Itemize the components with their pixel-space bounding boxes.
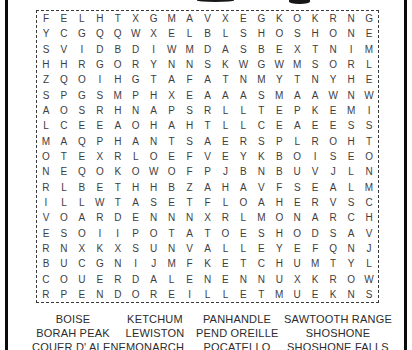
grid-cell: J — [216, 164, 234, 179]
grid-cell: E — [127, 210, 145, 225]
grid-cell: A — [216, 42, 234, 57]
grid-cell: M — [360, 179, 378, 194]
grid-cell: U — [73, 271, 91, 286]
grid-cell: S — [306, 57, 324, 72]
grid-cell: B — [252, 42, 270, 57]
grid-cell: E — [55, 164, 73, 179]
grid-cell: E — [55, 11, 73, 26]
grid-cell: E — [342, 149, 360, 164]
grid-cell: S — [324, 149, 342, 164]
page-border-right — [404, 0, 407, 350]
word-list: BOISEBORAH PEAKCOUER D' ALENEKETCHUMLEWI… — [32, 313, 398, 350]
grid-cell: S — [288, 26, 306, 41]
grid-cell: M — [306, 256, 324, 271]
grid-cell: D — [127, 42, 145, 57]
grid-cell: R — [216, 210, 234, 225]
grid-cell: W — [145, 164, 163, 179]
grid-cell: W — [360, 271, 378, 286]
word-list-item: POCATELLO — [196, 341, 278, 350]
grid-cell: W — [163, 42, 181, 57]
grid-cell: H — [306, 26, 324, 41]
grid-cell: R — [127, 57, 145, 72]
grid-cell: L — [234, 210, 252, 225]
grid-cell: M — [360, 42, 378, 57]
grid-cell: X — [199, 210, 217, 225]
grid-cell: H — [145, 118, 163, 133]
grid-cell: S — [288, 179, 306, 194]
grid-cell: M — [252, 210, 270, 225]
grid-cell: O — [216, 225, 234, 240]
grid-cell: H — [252, 26, 270, 41]
grid-cell: N — [234, 271, 252, 286]
grid-cell: B — [73, 179, 91, 194]
grid-cell: H — [37, 57, 55, 72]
grid-cell: N — [181, 57, 199, 72]
grid-cell: A — [37, 103, 55, 118]
grid-cell: B — [37, 256, 55, 271]
grid-cell: L — [37, 118, 55, 133]
grid-cell: A — [163, 72, 181, 87]
grid-cell: D — [199, 42, 217, 57]
grid-cell: N — [163, 210, 181, 225]
grid-cell: O — [73, 72, 91, 87]
grid-cell: X — [73, 241, 91, 256]
grid-cell: H — [145, 88, 163, 103]
grid-cell: Q — [73, 164, 91, 179]
grid-cell: E — [73, 149, 91, 164]
grid-cell: N — [342, 26, 360, 41]
grid-cell: F — [181, 256, 199, 271]
word-list-item: LEWISTON — [114, 327, 196, 341]
grid-cell: I — [37, 195, 55, 210]
grid-cell: A — [199, 72, 217, 87]
grid-cell: N — [252, 271, 270, 286]
grid-cell: N — [145, 210, 163, 225]
grid-cell: P — [91, 134, 109, 149]
grid-cell: V — [360, 225, 378, 240]
grid-cell: N — [37, 164, 55, 179]
grid-cell: O — [270, 26, 288, 41]
grid-cell: I — [109, 225, 127, 240]
grid-cell: S — [324, 225, 342, 240]
grid-cell: K — [199, 256, 217, 271]
grid-cell: N — [181, 210, 199, 225]
grid-cell: G — [252, 11, 270, 26]
grid-cell: X — [288, 271, 306, 286]
grid-cell: R — [109, 149, 127, 164]
grid-cell: E — [37, 225, 55, 240]
grid-cell: H — [270, 195, 288, 210]
grid-cell: F — [199, 195, 217, 210]
grid-cell: S — [234, 26, 252, 41]
grid-cell: N — [163, 241, 181, 256]
grid-cell: Y — [270, 241, 288, 256]
grid-cell: H — [270, 225, 288, 240]
word-list-item: KETCHUM — [114, 313, 196, 327]
grid-cell: E — [288, 241, 306, 256]
grid-cell: C — [360, 195, 378, 210]
grid-cell: S — [91, 88, 109, 103]
grid-cell: M — [37, 134, 55, 149]
grid-cell: O — [234, 195, 252, 210]
grid-cell: T — [163, 134, 181, 149]
grid-cell: N — [199, 271, 217, 286]
grid-cell: L — [360, 256, 378, 271]
grid-cell: R — [324, 11, 342, 26]
grid-cell: K — [252, 149, 270, 164]
grid-cell: L — [73, 195, 91, 210]
word-list-item: COUER D' ALENE — [32, 341, 114, 350]
grid-cell: T — [234, 256, 252, 271]
grid-cell: R — [37, 241, 55, 256]
grid-cell: N — [342, 287, 360, 302]
grid-cell: C — [55, 118, 73, 133]
grid-cell: H — [342, 134, 360, 149]
grid-cell: K — [91, 241, 109, 256]
grid-cell: F — [306, 241, 324, 256]
grid-cell: M — [342, 103, 360, 118]
grid-cell: E — [306, 287, 324, 302]
grid-cell: A — [145, 103, 163, 118]
grid-cell: S — [360, 118, 378, 133]
grid-cell: A — [306, 210, 324, 225]
grid-cell: A — [216, 88, 234, 103]
word-list-item: BOISE — [32, 313, 114, 327]
grid-cell: F — [181, 72, 199, 87]
grid-cell: U — [288, 256, 306, 271]
grid-cell: P — [199, 164, 217, 179]
grid-cell: T — [145, 72, 163, 87]
grid-cell: S — [73, 103, 91, 118]
grid-cell: G — [360, 11, 378, 26]
grid-cell: K — [306, 11, 324, 26]
grid-cell: A — [234, 88, 252, 103]
grid-cell: O — [55, 271, 73, 286]
grid-cell: T — [360, 134, 378, 149]
grid-cell: M — [270, 287, 288, 302]
grid-cell: E — [163, 149, 181, 164]
grid-cell: S — [360, 287, 378, 302]
grid-cell: X — [109, 241, 127, 256]
grid-cell: S — [37, 42, 55, 57]
grid-cell: M — [109, 88, 127, 103]
grid-cell: E — [216, 149, 234, 164]
grid-cell: U — [270, 271, 288, 286]
grid-cell: Q — [73, 134, 91, 149]
grid-cell: G — [127, 72, 145, 87]
grid-cell: Q — [91, 26, 109, 41]
grid-cell: E — [270, 103, 288, 118]
grid-cell: M — [163, 11, 181, 26]
page-border-left — [5, 0, 8, 350]
grid-cell: C — [252, 118, 270, 133]
grid-cell: L — [216, 287, 234, 302]
grid-cell: L — [216, 26, 234, 41]
grid-cell: R — [306, 195, 324, 210]
grid-cell: E — [360, 72, 378, 87]
grid-cell: W — [324, 88, 342, 103]
grid-cell: G — [145, 11, 163, 26]
grid-cell: N — [342, 88, 360, 103]
grid-cell: Z — [37, 72, 55, 87]
grid-cell: T — [109, 179, 127, 194]
grid-cell: S — [181, 103, 199, 118]
grid-cell: T — [109, 195, 127, 210]
grid-cell: R — [306, 134, 324, 149]
grid-cell: L — [216, 195, 234, 210]
grid-cell: O — [360, 149, 378, 164]
grid-cell: G — [91, 256, 109, 271]
grid-cell: T — [252, 287, 270, 302]
grid-cell: Q — [55, 72, 73, 87]
grid-cell: O — [55, 103, 73, 118]
grid-cell: M — [270, 88, 288, 103]
grid-cell: R — [199, 103, 217, 118]
grid-cell: P — [55, 287, 73, 302]
grid-cell: S — [342, 195, 360, 210]
grid-cell: K — [324, 287, 342, 302]
grid-cell: F — [270, 179, 288, 194]
word-list-item: BORAH PEAK — [32, 327, 114, 341]
grid-cell: I — [91, 225, 109, 240]
grid-cell: R — [91, 210, 109, 225]
grid-cell: I — [73, 42, 91, 57]
grid-cell: A — [127, 134, 145, 149]
grid-cell: C — [37, 271, 55, 286]
grid-cell: X — [145, 26, 163, 41]
grid-cell: G — [91, 57, 109, 72]
grid-cell: V — [55, 42, 73, 57]
cropped-title-fragment — [197, 0, 234, 2]
grid-cell: N — [324, 42, 342, 57]
grid-cell: L — [199, 287, 217, 302]
grid-cell: Y — [270, 72, 288, 87]
grid-cell: J — [145, 256, 163, 271]
grid-cell: S — [252, 225, 270, 240]
grid-cell: R — [37, 287, 55, 302]
grid-cell: E — [216, 271, 234, 286]
grid-cell: A — [324, 179, 342, 194]
grid-cell: N — [342, 241, 360, 256]
grid-cell: T — [216, 72, 234, 87]
grid-cell: E — [163, 195, 181, 210]
grid-cell: M — [163, 256, 181, 271]
grid-cell: P — [288, 103, 306, 118]
grid-cell: K — [306, 103, 324, 118]
grid-cell: A — [73, 210, 91, 225]
grid-cell: R — [109, 271, 127, 286]
grid-cell: H — [127, 179, 145, 194]
grid-cell: R — [342, 57, 360, 72]
grid-cell: B — [199, 26, 217, 41]
grid-cell: E — [91, 271, 109, 286]
grid-cell: H — [181, 118, 199, 133]
grid-cell: O — [55, 210, 73, 225]
cropped-title-fragment — [289, 0, 310, 4]
grid-cell: T — [324, 256, 342, 271]
grid-cell: I — [127, 256, 145, 271]
grid-cell: S — [55, 225, 73, 240]
grid-cell: A — [306, 88, 324, 103]
grid-cell: V — [324, 195, 342, 210]
grid-cell: N — [288, 210, 306, 225]
grid-cell: E — [324, 118, 342, 133]
grid-cell: N — [55, 241, 73, 256]
grid-cell: N — [145, 134, 163, 149]
grid-cell: E — [163, 26, 181, 41]
grid-cell: E — [306, 179, 324, 194]
grid-cell: I — [306, 149, 324, 164]
grid-cell: W — [360, 88, 378, 103]
grid-cell: I — [360, 103, 378, 118]
grid-cell: A — [55, 134, 73, 149]
grid-cell: E — [234, 287, 252, 302]
grid-cell: A — [234, 179, 252, 194]
grid-cell: E — [234, 11, 252, 26]
grid-cell: D — [109, 210, 127, 225]
grid-cell: H — [270, 256, 288, 271]
grid-cell: H — [109, 134, 127, 149]
grid-cell: F — [181, 149, 199, 164]
grid-cell: E — [216, 134, 234, 149]
grid-cell: U — [55, 256, 73, 271]
grid-cell: H — [109, 72, 127, 87]
grid-cell: U — [288, 287, 306, 302]
grid-cell: A — [199, 179, 217, 194]
grid-cell: G — [73, 88, 91, 103]
grid-cell: W — [270, 57, 288, 72]
grid-cell: Q — [324, 241, 342, 256]
grid-cell: O — [73, 225, 91, 240]
grid-cell: X — [288, 42, 306, 57]
grid-cell: N — [360, 164, 378, 179]
word-list-column: SAWTOOTH RANGESHOSHONESHOSHONE FALLS — [278, 313, 398, 350]
grid-cell: H — [91, 11, 109, 26]
grid-cell: O — [270, 210, 288, 225]
word-list-item: PANHANDLE — [196, 313, 278, 327]
grid-cell: H — [342, 72, 360, 87]
grid-cell: H — [216, 179, 234, 194]
grid-cell: S — [37, 88, 55, 103]
grid-cell: O — [91, 164, 109, 179]
grid-cell: N — [109, 256, 127, 271]
grid-cell: T — [55, 149, 73, 164]
grid-cell: T — [199, 118, 217, 133]
grid-cell: E — [360, 26, 378, 41]
grid-cell: A — [181, 11, 199, 26]
grid-cell: L — [234, 103, 252, 118]
grid-cell: W — [127, 26, 145, 41]
grid-cell: S — [234, 42, 252, 57]
grid-cell: S — [145, 195, 163, 210]
grid-cell: K — [270, 11, 288, 26]
grid-cell: N — [127, 103, 145, 118]
grid-cell: L — [216, 103, 234, 118]
grid-cell: O — [288, 225, 306, 240]
grid-cell: N — [234, 72, 252, 87]
grid-cell: O — [288, 149, 306, 164]
grid-cell: Q — [109, 26, 127, 41]
grid-cell: R — [145, 287, 163, 302]
grid-cell: L — [360, 57, 378, 72]
word-list-item: PEND OREILLE — [196, 327, 278, 341]
grid-cell: M — [288, 57, 306, 72]
grid-cell: T — [109, 11, 127, 26]
grid-cell: P — [163, 103, 181, 118]
grid-cell: R — [91, 103, 109, 118]
grid-cell: B — [270, 149, 288, 164]
grid-cell: O — [109, 57, 127, 72]
word-list-item: SAWTOOTH RANGE — [278, 313, 398, 327]
grid-cell: L — [288, 134, 306, 149]
grid-cell: S — [252, 88, 270, 103]
grid-cell: L — [181, 26, 199, 41]
word-list-column: KETCHUMLEWISTONMONARCH — [114, 313, 196, 350]
grid-cell: E — [73, 287, 91, 302]
grid-cell: V — [37, 210, 55, 225]
grid-cell: O — [127, 164, 145, 179]
grid-cell: S — [181, 134, 199, 149]
grid-cell: E — [91, 179, 109, 194]
grid-cell: A — [127, 195, 145, 210]
grid-cell: E — [234, 225, 252, 240]
grid-cell: V — [252, 179, 270, 194]
grid-cell: C — [342, 210, 360, 225]
grid-cell: A — [288, 118, 306, 133]
grid-cell: L — [73, 11, 91, 26]
grid-cell: E — [73, 118, 91, 133]
grid-cell: H — [360, 210, 378, 225]
grid-cell: Y — [37, 26, 55, 41]
grid-cell: L — [55, 179, 73, 194]
grid-cell: B — [234, 164, 252, 179]
grid-cell: H — [109, 103, 127, 118]
grid-cell: G — [252, 57, 270, 72]
grid-cell: A — [109, 118, 127, 133]
grid-cell: I — [342, 42, 360, 57]
grid-cell: A — [163, 118, 181, 133]
grid-cell: D — [109, 287, 127, 302]
grid-cell: T — [163, 225, 181, 240]
grid-cell: N — [252, 164, 270, 179]
grid-cell: L — [342, 164, 360, 179]
grid-cell: E — [270, 42, 288, 57]
grid-cell: L — [55, 195, 73, 210]
grid-cell: E — [270, 118, 288, 133]
grid-cell: P — [55, 88, 73, 103]
grid-cell: R — [73, 57, 91, 72]
grid-cell: E — [252, 241, 270, 256]
grid-cell: A — [342, 225, 360, 240]
grid-cell: O — [324, 26, 342, 41]
grid-cell: X — [216, 11, 234, 26]
grid-cell: V — [306, 164, 324, 179]
grid-cell: Z — [181, 179, 199, 194]
grid-cell: R — [234, 134, 252, 149]
grid-cell: X — [91, 149, 109, 164]
grid-cell: E — [216, 256, 234, 271]
grid-cell: N — [163, 57, 181, 72]
grid-cell: R — [324, 210, 342, 225]
grid-cell: E — [288, 195, 306, 210]
grid-cell: X — [163, 88, 181, 103]
grid-cell: B — [109, 42, 127, 57]
grid-cell: P — [127, 225, 145, 240]
grid-cell: S — [342, 118, 360, 133]
grid-cell: R — [37, 179, 55, 194]
grid-cell: V — [199, 149, 217, 164]
grid-cell: H — [145, 179, 163, 194]
